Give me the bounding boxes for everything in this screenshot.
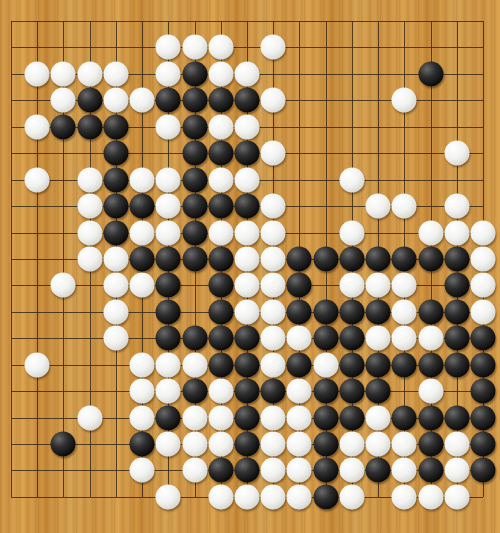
- white-stone[interactable]: [182, 458, 207, 483]
- board-point[interactable]: [24, 325, 50, 351]
- black-stone[interactable]: [444, 299, 469, 324]
- board-point[interactable]: [313, 34, 339, 60]
- black-stone[interactable]: [156, 326, 181, 351]
- board-point[interactable]: [444, 8, 470, 34]
- white-stone[interactable]: [418, 484, 443, 509]
- board-point[interactable]: [286, 8, 312, 34]
- board-point[interactable]: [313, 193, 339, 219]
- board-point[interactable]: [77, 8, 103, 34]
- board-point[interactable]: [50, 299, 76, 325]
- board-point[interactable]: [77, 378, 103, 404]
- white-stone[interactable]: [392, 326, 417, 351]
- black-stone[interactable]: [234, 326, 259, 351]
- black-stone[interactable]: [366, 246, 391, 271]
- black-stone[interactable]: [130, 432, 155, 457]
- white-stone[interactable]: [261, 35, 286, 60]
- black-stone[interactable]: [51, 432, 76, 457]
- white-stone[interactable]: [77, 167, 102, 192]
- white-stone[interactable]: [261, 352, 286, 377]
- black-stone[interactable]: [208, 194, 233, 219]
- board-point[interactable]: [0, 193, 24, 219]
- board-point[interactable]: [103, 8, 129, 34]
- black-stone[interactable]: [392, 246, 417, 271]
- black-stone[interactable]: [313, 379, 338, 404]
- board-point[interactable]: [182, 299, 208, 325]
- board-point[interactable]: [155, 140, 181, 166]
- white-stone[interactable]: [287, 484, 312, 509]
- black-stone[interactable]: [313, 405, 338, 430]
- board-point[interactable]: [129, 8, 155, 34]
- white-stone[interactable]: [392, 273, 417, 298]
- board-point[interactable]: [50, 140, 76, 166]
- board-point[interactable]: [24, 34, 50, 60]
- black-stone[interactable]: [313, 432, 338, 457]
- board-point[interactable]: [0, 405, 24, 431]
- black-stone[interactable]: [156, 299, 181, 324]
- black-stone[interactable]: [182, 88, 207, 113]
- white-stone[interactable]: [51, 273, 76, 298]
- board-point[interactable]: [50, 8, 76, 34]
- white-stone[interactable]: [392, 194, 417, 219]
- white-stone[interactable]: [51, 88, 76, 113]
- board-point[interactable]: [77, 140, 103, 166]
- board-point[interactable]: [339, 114, 365, 140]
- white-stone[interactable]: [77, 61, 102, 86]
- white-stone[interactable]: [392, 299, 417, 324]
- white-stone[interactable]: [444, 432, 469, 457]
- white-stone[interactable]: [444, 194, 469, 219]
- white-stone[interactable]: [234, 167, 259, 192]
- board-point[interactable]: [470, 193, 496, 219]
- board-point[interactable]: [365, 484, 391, 510]
- white-stone[interactable]: [261, 220, 286, 245]
- black-stone[interactable]: [208, 458, 233, 483]
- white-stone[interactable]: [234, 114, 259, 139]
- board-point[interactable]: [339, 140, 365, 166]
- black-stone[interactable]: [444, 405, 469, 430]
- white-stone[interactable]: [208, 220, 233, 245]
- board-point[interactable]: [103, 405, 129, 431]
- white-stone[interactable]: [25, 114, 50, 139]
- black-stone[interactable]: [234, 432, 259, 457]
- white-stone[interactable]: [339, 220, 364, 245]
- black-stone[interactable]: [418, 432, 443, 457]
- board-point[interactable]: [24, 378, 50, 404]
- board-point[interactable]: [391, 140, 417, 166]
- black-stone[interactable]: [234, 352, 259, 377]
- white-stone[interactable]: [261, 141, 286, 166]
- board-point[interactable]: [24, 193, 50, 219]
- black-stone[interactable]: [418, 61, 443, 86]
- board-point[interactable]: [286, 140, 312, 166]
- white-stone[interactable]: [156, 379, 181, 404]
- black-stone[interactable]: [392, 405, 417, 430]
- white-stone[interactable]: [208, 114, 233, 139]
- board-point[interactable]: [470, 8, 496, 34]
- white-stone[interactable]: [130, 458, 155, 483]
- board-point[interactable]: [365, 34, 391, 60]
- board-point[interactable]: [77, 299, 103, 325]
- board-point[interactable]: [313, 272, 339, 298]
- white-stone[interactable]: [418, 326, 443, 351]
- board-point[interactable]: [339, 61, 365, 87]
- board-point[interactable]: [470, 140, 496, 166]
- board-point[interactable]: [313, 87, 339, 113]
- board-point[interactable]: [313, 114, 339, 140]
- board-point[interactable]: [0, 325, 24, 351]
- go-board[interactable]: [0, 0, 500, 533]
- white-stone[interactable]: [287, 405, 312, 430]
- white-stone[interactable]: [366, 432, 391, 457]
- black-stone[interactable]: [77, 88, 102, 113]
- black-stone[interactable]: [418, 299, 443, 324]
- white-stone[interactable]: [418, 379, 443, 404]
- board-point[interactable]: [365, 167, 391, 193]
- board-point[interactable]: [313, 8, 339, 34]
- black-stone[interactable]: [130, 246, 155, 271]
- white-stone[interactable]: [470, 246, 495, 271]
- black-stone[interactable]: [156, 246, 181, 271]
- white-stone[interactable]: [156, 220, 181, 245]
- board-point[interactable]: [418, 193, 444, 219]
- board-point[interactable]: [50, 220, 76, 246]
- board-point[interactable]: [418, 140, 444, 166]
- black-stone[interactable]: [287, 352, 312, 377]
- board-point[interactable]: [182, 484, 208, 510]
- black-stone[interactable]: [339, 246, 364, 271]
- white-stone[interactable]: [444, 220, 469, 245]
- white-stone[interactable]: [103, 273, 128, 298]
- white-stone[interactable]: [470, 273, 495, 298]
- board-point[interactable]: [234, 34, 260, 60]
- white-stone[interactable]: [208, 484, 233, 509]
- board-point[interactable]: [339, 34, 365, 60]
- white-stone[interactable]: [51, 61, 76, 86]
- white-stone[interactable]: [287, 326, 312, 351]
- white-stone[interactable]: [444, 141, 469, 166]
- white-stone[interactable]: [182, 432, 207, 457]
- white-stone[interactable]: [261, 458, 286, 483]
- board-point[interactable]: [391, 378, 417, 404]
- white-stone[interactable]: [287, 432, 312, 457]
- white-stone[interactable]: [366, 405, 391, 430]
- board-point[interactable]: [234, 8, 260, 34]
- white-stone[interactable]: [392, 88, 417, 113]
- black-stone[interactable]: [339, 352, 364, 377]
- board-point[interactable]: [24, 272, 50, 298]
- board-point[interactable]: [470, 114, 496, 140]
- white-stone[interactable]: [208, 432, 233, 457]
- black-stone[interactable]: [103, 220, 128, 245]
- board-point[interactable]: [0, 352, 24, 378]
- white-stone[interactable]: [156, 352, 181, 377]
- board-point[interactable]: [24, 299, 50, 325]
- board-point[interactable]: [24, 140, 50, 166]
- white-stone[interactable]: [418, 220, 443, 245]
- white-stone[interactable]: [366, 326, 391, 351]
- black-stone[interactable]: [313, 326, 338, 351]
- black-stone[interactable]: [156, 273, 181, 298]
- black-stone[interactable]: [208, 141, 233, 166]
- black-stone[interactable]: [418, 352, 443, 377]
- black-stone[interactable]: [470, 458, 495, 483]
- white-stone[interactable]: [234, 299, 259, 324]
- board-point[interactable]: [444, 34, 470, 60]
- white-stone[interactable]: [444, 458, 469, 483]
- board-point[interactable]: [50, 167, 76, 193]
- black-stone[interactable]: [182, 326, 207, 351]
- black-stone[interactable]: [234, 194, 259, 219]
- black-stone[interactable]: [366, 458, 391, 483]
- board-point[interactable]: [339, 193, 365, 219]
- white-stone[interactable]: [130, 167, 155, 192]
- board-point[interactable]: [77, 457, 103, 483]
- black-stone[interactable]: [156, 88, 181, 113]
- white-stone[interactable]: [156, 194, 181, 219]
- board-point[interactable]: [0, 220, 24, 246]
- board-point[interactable]: [260, 8, 286, 34]
- white-stone[interactable]: [234, 61, 259, 86]
- board-point[interactable]: [208, 8, 234, 34]
- board-point[interactable]: [0, 8, 24, 34]
- white-stone[interactable]: [156, 167, 181, 192]
- board-point[interactable]: [77, 352, 103, 378]
- black-stone[interactable]: [418, 458, 443, 483]
- board-point[interactable]: [50, 457, 76, 483]
- black-stone[interactable]: [208, 326, 233, 351]
- board-point[interactable]: [444, 378, 470, 404]
- black-stone[interactable]: [366, 299, 391, 324]
- white-stone[interactable]: [77, 405, 102, 430]
- board-point[interactable]: [77, 34, 103, 60]
- white-stone[interactable]: [392, 432, 417, 457]
- board-point[interactable]: [418, 114, 444, 140]
- black-stone[interactable]: [208, 246, 233, 271]
- white-stone[interactable]: [470, 220, 495, 245]
- white-stone[interactable]: [261, 246, 286, 271]
- board-point[interactable]: [155, 8, 181, 34]
- black-stone[interactable]: [182, 167, 207, 192]
- board-point[interactable]: [470, 34, 496, 60]
- board-point[interactable]: [50, 325, 76, 351]
- board-point[interactable]: [470, 61, 496, 87]
- white-stone[interactable]: [77, 220, 102, 245]
- board-point[interactable]: [365, 114, 391, 140]
- board-point[interactable]: [50, 34, 76, 60]
- black-stone[interactable]: [182, 194, 207, 219]
- black-stone[interactable]: [182, 379, 207, 404]
- board-point[interactable]: [24, 431, 50, 457]
- black-stone[interactable]: [103, 141, 128, 166]
- board-point[interactable]: [0, 140, 24, 166]
- black-stone[interactable]: [444, 326, 469, 351]
- white-stone[interactable]: [130, 405, 155, 430]
- board-point[interactable]: [103, 431, 129, 457]
- board-point[interactable]: [103, 34, 129, 60]
- white-stone[interactable]: [182, 405, 207, 430]
- black-stone[interactable]: [182, 141, 207, 166]
- board-point[interactable]: [418, 167, 444, 193]
- white-stone[interactable]: [392, 484, 417, 509]
- board-point[interactable]: [77, 431, 103, 457]
- board-point[interactable]: [286, 87, 312, 113]
- board-point[interactable]: [182, 8, 208, 34]
- white-stone[interactable]: [208, 35, 233, 60]
- board-point[interactable]: [0, 431, 24, 457]
- board-point[interactable]: [286, 61, 312, 87]
- white-stone[interactable]: [156, 484, 181, 509]
- black-stone[interactable]: [234, 405, 259, 430]
- black-stone[interactable]: [313, 246, 338, 271]
- white-stone[interactable]: [156, 61, 181, 86]
- board-point[interactable]: [24, 8, 50, 34]
- board-point[interactable]: [418, 8, 444, 34]
- black-stone[interactable]: [234, 141, 259, 166]
- board-point[interactable]: [77, 484, 103, 510]
- board-point[interactable]: [444, 87, 470, 113]
- white-stone[interactable]: [261, 194, 286, 219]
- board-point[interactable]: [391, 114, 417, 140]
- board-point[interactable]: [0, 484, 24, 510]
- board-point[interactable]: [286, 220, 312, 246]
- black-stone[interactable]: [366, 379, 391, 404]
- board-point[interactable]: [0, 457, 24, 483]
- board-point[interactable]: [391, 167, 417, 193]
- black-stone[interactable]: [287, 299, 312, 324]
- white-stone[interactable]: [130, 352, 155, 377]
- white-stone[interactable]: [130, 273, 155, 298]
- board-point[interactable]: [391, 220, 417, 246]
- white-stone[interactable]: [261, 273, 286, 298]
- board-point[interactable]: [24, 87, 50, 113]
- board-point[interactable]: [103, 352, 129, 378]
- board-point[interactable]: [418, 87, 444, 113]
- board-point[interactable]: [365, 140, 391, 166]
- board-point[interactable]: [0, 34, 24, 60]
- black-stone[interactable]: [208, 352, 233, 377]
- white-stone[interactable]: [261, 299, 286, 324]
- white-stone[interactable]: [77, 194, 102, 219]
- board-point[interactable]: [129, 484, 155, 510]
- board-point[interactable]: [286, 34, 312, 60]
- board-point[interactable]: [391, 8, 417, 34]
- board-point[interactable]: [286, 167, 312, 193]
- board-point[interactable]: [365, 8, 391, 34]
- black-stone[interactable]: [470, 405, 495, 430]
- black-stone[interactable]: [366, 352, 391, 377]
- white-stone[interactable]: [103, 88, 128, 113]
- white-stone[interactable]: [208, 405, 233, 430]
- black-stone[interactable]: [182, 61, 207, 86]
- black-stone[interactable]: [234, 458, 259, 483]
- board-point[interactable]: [444, 61, 470, 87]
- black-stone[interactable]: [208, 88, 233, 113]
- white-stone[interactable]: [103, 299, 128, 324]
- board-point[interactable]: [313, 167, 339, 193]
- board-point[interactable]: [286, 114, 312, 140]
- black-stone[interactable]: [444, 352, 469, 377]
- board-point[interactable]: [418, 272, 444, 298]
- board-point[interactable]: [50, 378, 76, 404]
- board-point[interactable]: [103, 484, 129, 510]
- black-stone[interactable]: [470, 379, 495, 404]
- board-point[interactable]: [155, 457, 181, 483]
- board-point[interactable]: [50, 246, 76, 272]
- board-point[interactable]: [260, 114, 286, 140]
- board-point[interactable]: [470, 484, 496, 510]
- board-point[interactable]: [103, 457, 129, 483]
- board-point[interactable]: [0, 167, 24, 193]
- board-point[interactable]: [129, 114, 155, 140]
- board-point[interactable]: [365, 87, 391, 113]
- board-point[interactable]: [470, 167, 496, 193]
- board-point[interactable]: [470, 87, 496, 113]
- board-point[interactable]: [24, 484, 50, 510]
- white-stone[interactable]: [339, 167, 364, 192]
- board-point[interactable]: [77, 272, 103, 298]
- white-stone[interactable]: [208, 61, 233, 86]
- white-stone[interactable]: [339, 484, 364, 509]
- black-stone[interactable]: [339, 326, 364, 351]
- board-point[interactable]: [313, 140, 339, 166]
- board-point[interactable]: [129, 325, 155, 351]
- board-point[interactable]: [50, 484, 76, 510]
- white-stone[interactable]: [392, 458, 417, 483]
- white-stone[interactable]: [261, 484, 286, 509]
- black-stone[interactable]: [444, 273, 469, 298]
- black-stone[interactable]: [313, 299, 338, 324]
- white-stone[interactable]: [234, 484, 259, 509]
- white-stone[interactable]: [130, 220, 155, 245]
- white-stone[interactable]: [366, 194, 391, 219]
- white-stone[interactable]: [103, 61, 128, 86]
- board-point[interactable]: [391, 34, 417, 60]
- black-stone[interactable]: [234, 379, 259, 404]
- black-stone[interactable]: [339, 299, 364, 324]
- black-stone[interactable]: [208, 299, 233, 324]
- black-stone[interactable]: [182, 246, 207, 271]
- black-stone[interactable]: [103, 194, 128, 219]
- black-stone[interactable]: [444, 246, 469, 271]
- white-stone[interactable]: [25, 61, 50, 86]
- board-point[interactable]: [313, 220, 339, 246]
- board-point[interactable]: [260, 61, 286, 87]
- board-point[interactable]: [418, 34, 444, 60]
- white-stone[interactable]: [156, 114, 181, 139]
- white-stone[interactable]: [182, 35, 207, 60]
- board-point[interactable]: [365, 220, 391, 246]
- black-stone[interactable]: [103, 114, 128, 139]
- white-stone[interactable]: [470, 299, 495, 324]
- white-stone[interactable]: [182, 352, 207, 377]
- white-stone[interactable]: [339, 432, 364, 457]
- board-point[interactable]: [0, 87, 24, 113]
- white-stone[interactable]: [234, 273, 259, 298]
- black-stone[interactable]: [339, 405, 364, 430]
- white-stone[interactable]: [208, 379, 233, 404]
- white-stone[interactable]: [25, 352, 50, 377]
- white-stone[interactable]: [103, 326, 128, 351]
- board-point[interactable]: [444, 114, 470, 140]
- board-point[interactable]: [24, 246, 50, 272]
- black-stone[interactable]: [51, 114, 76, 139]
- board-point[interactable]: [129, 34, 155, 60]
- board-point[interactable]: [0, 114, 24, 140]
- black-stone[interactable]: [182, 114, 207, 139]
- white-stone[interactable]: [208, 167, 233, 192]
- white-stone[interactable]: [234, 220, 259, 245]
- black-stone[interactable]: [313, 484, 338, 509]
